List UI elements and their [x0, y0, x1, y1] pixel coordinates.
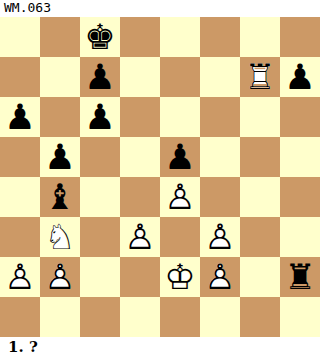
square-a8[interactable] [0, 17, 40, 57]
piece-outline: ♙ [0, 257, 40, 297]
square-c7[interactable]: ♟ [80, 57, 120, 97]
square-c3[interactable] [80, 217, 120, 257]
puzzle-title: WM.063 [0, 0, 320, 17]
square-f6[interactable] [200, 97, 240, 137]
white-rook: ♜♖ [240, 57, 280, 97]
square-c5[interactable] [80, 137, 120, 177]
square-h7[interactable]: ♟ [280, 57, 320, 97]
square-h2[interactable]: ♜ [280, 257, 320, 297]
square-b7[interactable] [40, 57, 80, 97]
square-d5[interactable] [120, 137, 160, 177]
square-h6[interactable] [280, 97, 320, 137]
piece-outline: ♙ [160, 177, 200, 217]
square-c2[interactable] [80, 257, 120, 297]
square-h4[interactable] [280, 177, 320, 217]
piece-outline: ♖ [240, 57, 280, 97]
square-h5[interactable] [280, 137, 320, 177]
square-d6[interactable] [120, 97, 160, 137]
black-pawn: ♟ [284, 60, 315, 95]
move-prompt: 1. ? [0, 337, 320, 360]
square-f8[interactable] [200, 17, 240, 57]
square-e6[interactable] [160, 97, 200, 137]
square-c6[interactable]: ♟ [80, 97, 120, 137]
white-pawn: ♟♙ [200, 257, 240, 297]
square-f1[interactable] [200, 297, 240, 337]
piece-outline: ♘ [40, 217, 80, 257]
square-e8[interactable] [160, 17, 200, 57]
square-g5[interactable] [240, 137, 280, 177]
piece-outline: ♙ [40, 257, 80, 297]
square-g4[interactable] [240, 177, 280, 217]
square-c8[interactable]: ♚ [80, 17, 120, 57]
black-rook: ♜ [284, 260, 315, 295]
black-pawn: ♟ [164, 140, 195, 175]
square-h8[interactable] [280, 17, 320, 57]
square-g8[interactable] [240, 17, 280, 57]
square-e2[interactable]: ♚♔ [160, 257, 200, 297]
square-f7[interactable] [200, 57, 240, 97]
square-b6[interactable] [40, 97, 80, 137]
square-f2[interactable]: ♟♙ [200, 257, 240, 297]
square-g1[interactable] [240, 297, 280, 337]
white-pawn: ♟♙ [200, 217, 240, 257]
square-c1[interactable] [80, 297, 120, 337]
white-king: ♚♔ [160, 257, 200, 297]
square-g7[interactable]: ♜♖ [240, 57, 280, 97]
square-f4[interactable] [200, 177, 240, 217]
square-a3[interactable] [0, 217, 40, 257]
white-knight: ♞♘ [40, 217, 80, 257]
square-g2[interactable] [240, 257, 280, 297]
piece-outline: ♔ [160, 257, 200, 297]
square-a6[interactable]: ♟ [0, 97, 40, 137]
square-h3[interactable] [280, 217, 320, 257]
square-d1[interactable] [120, 297, 160, 337]
square-b1[interactable] [40, 297, 80, 337]
white-pawn: ♟♙ [0, 257, 40, 297]
square-b2[interactable]: ♟♙ [40, 257, 80, 297]
square-b4[interactable]: ♝ [40, 177, 80, 217]
black-pawn: ♟ [84, 60, 115, 95]
black-pawn: ♟ [84, 100, 115, 135]
square-h1[interactable] [280, 297, 320, 337]
square-d2[interactable] [120, 257, 160, 297]
square-a1[interactable] [0, 297, 40, 337]
square-e1[interactable] [160, 297, 200, 337]
square-d3[interactable]: ♟♙ [120, 217, 160, 257]
piece-outline: ♙ [200, 217, 240, 257]
piece-outline: ♙ [200, 257, 240, 297]
white-pawn: ♟♙ [40, 257, 80, 297]
square-f3[interactable]: ♟♙ [200, 217, 240, 257]
black-bishop: ♝ [44, 180, 75, 215]
square-e5[interactable]: ♟ [160, 137, 200, 177]
square-d7[interactable] [120, 57, 160, 97]
square-e4[interactable]: ♟♙ [160, 177, 200, 217]
square-c4[interactable] [80, 177, 120, 217]
square-b3[interactable]: ♞♘ [40, 217, 80, 257]
square-a2[interactable]: ♟♙ [0, 257, 40, 297]
square-g6[interactable] [240, 97, 280, 137]
square-d4[interactable] [120, 177, 160, 217]
square-a7[interactable] [0, 57, 40, 97]
square-d8[interactable] [120, 17, 160, 57]
square-a5[interactable] [0, 137, 40, 177]
white-pawn: ♟♙ [120, 217, 160, 257]
square-e7[interactable] [160, 57, 200, 97]
square-e3[interactable] [160, 217, 200, 257]
black-pawn: ♟ [4, 100, 35, 135]
square-b5[interactable]: ♟ [40, 137, 80, 177]
white-pawn: ♟♙ [160, 177, 200, 217]
square-f5[interactable] [200, 137, 240, 177]
square-g3[interactable] [240, 217, 280, 257]
chess-board: ♚♟♜♖♟♟♟♟♟♝♟♙♞♘♟♙♟♙♟♙♟♙♚♔♟♙♜ [0, 17, 320, 337]
square-a4[interactable] [0, 177, 40, 217]
square-b8[interactable] [40, 17, 80, 57]
black-king: ♚ [84, 20, 115, 55]
black-pawn: ♟ [44, 140, 75, 175]
piece-outline: ♙ [120, 217, 160, 257]
